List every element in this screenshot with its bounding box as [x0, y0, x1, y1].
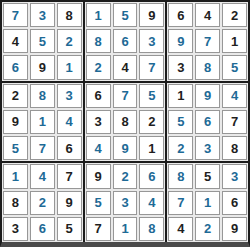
cell-r8c9[interactable]: 6: [222, 191, 247, 215]
cell-r3c1[interactable]: 6: [3, 55, 28, 79]
cell-r4c7[interactable]: 1: [168, 84, 193, 108]
cell-r5c5[interactable]: 8: [113, 110, 138, 134]
cell-r1c8[interactable]: 4: [195, 3, 220, 27]
cell-r1c2[interactable]: 3: [30, 3, 55, 27]
cell-r2c2[interactable]: 5: [30, 29, 55, 53]
cell-r8c6[interactable]: 4: [139, 191, 164, 215]
sudoku-board: 7384526911598632476429713852839145766753…: [0, 0, 250, 247]
cell-r2c7[interactable]: 9: [168, 29, 193, 53]
cell-r9c6[interactable]: 8: [139, 217, 164, 241]
cell-r3c2[interactable]: 9: [30, 55, 55, 79]
cell-r2c6[interactable]: 3: [139, 29, 164, 53]
cell-r1c9[interactable]: 2: [222, 3, 247, 27]
cell-r2c8[interactable]: 7: [195, 29, 220, 53]
cell-r4c4[interactable]: 6: [86, 84, 111, 108]
cell-r2c4[interactable]: 8: [86, 29, 111, 53]
cell-r5c3[interactable]: 4: [57, 110, 82, 134]
cell-r8c8[interactable]: 1: [195, 191, 220, 215]
cell-r5c9[interactable]: 7: [222, 110, 247, 134]
box-0-0: 738452691: [2, 2, 83, 81]
cell-r1c7[interactable]: 6: [168, 3, 193, 27]
cell-r8c4[interactable]: 5: [86, 191, 111, 215]
cell-r4c2[interactable]: 8: [30, 84, 55, 108]
cell-r5c7[interactable]: 5: [168, 110, 193, 134]
cell-r1c1[interactable]: 7: [3, 3, 28, 27]
cell-r7c8[interactable]: 5: [195, 164, 220, 188]
cell-r6c7[interactable]: 2: [168, 136, 193, 160]
cell-r6c1[interactable]: 5: [3, 136, 28, 160]
box-2-1: 926534718: [85, 163, 166, 242]
cell-r2c9[interactable]: 1: [222, 29, 247, 53]
cell-r5c1[interactable]: 9: [3, 110, 28, 134]
cell-r7c6[interactable]: 6: [139, 164, 164, 188]
cell-r8c3[interactable]: 9: [57, 191, 82, 215]
cell-r3c5[interactable]: 4: [113, 55, 138, 79]
cell-r8c7[interactable]: 7: [168, 191, 193, 215]
cell-r8c1[interactable]: 8: [3, 191, 28, 215]
cell-r7c4[interactable]: 9: [86, 164, 111, 188]
box-2-0: 147829365: [2, 163, 83, 242]
cell-r5c2[interactable]: 1: [30, 110, 55, 134]
cell-r3c4[interactable]: 2: [86, 55, 111, 79]
cell-r3c6[interactable]: 7: [139, 55, 164, 79]
cell-r3c7[interactable]: 3: [168, 55, 193, 79]
cell-r7c5[interactable]: 2: [113, 164, 138, 188]
cell-r6c4[interactable]: 4: [86, 136, 111, 160]
cell-r6c5[interactable]: 9: [113, 136, 138, 160]
cell-r2c1[interactable]: 4: [3, 29, 28, 53]
cell-r1c3[interactable]: 8: [57, 3, 82, 27]
cell-r9c1[interactable]: 3: [3, 217, 28, 241]
cell-r4c9[interactable]: 4: [222, 84, 247, 108]
cell-r4c3[interactable]: 3: [57, 84, 82, 108]
cell-r6c6[interactable]: 1: [139, 136, 164, 160]
cell-r1c6[interactable]: 9: [139, 3, 164, 27]
cell-r9c4[interactable]: 7: [86, 217, 111, 241]
cell-r4c5[interactable]: 7: [113, 84, 138, 108]
cell-r5c8[interactable]: 6: [195, 110, 220, 134]
cell-r1c4[interactable]: 1: [86, 3, 111, 27]
cell-r3c8[interactable]: 8: [195, 55, 220, 79]
cell-r7c7[interactable]: 8: [168, 164, 193, 188]
cell-r9c3[interactable]: 5: [57, 217, 82, 241]
cell-r9c8[interactable]: 2: [195, 217, 220, 241]
cell-r4c1[interactable]: 2: [3, 84, 28, 108]
box-1-0: 283914576: [2, 83, 83, 162]
cell-r9c9[interactable]: 9: [222, 217, 247, 241]
cell-r9c5[interactable]: 1: [113, 217, 138, 241]
cell-r3c3[interactable]: 1: [57, 55, 82, 79]
cell-r5c6[interactable]: 2: [139, 110, 164, 134]
cell-r1c5[interactable]: 5: [113, 3, 138, 27]
box-2-2: 853716429: [167, 163, 248, 242]
cell-r4c6[interactable]: 5: [139, 84, 164, 108]
box-1-2: 194567238: [167, 83, 248, 162]
cell-r9c2[interactable]: 6: [30, 217, 55, 241]
cell-r7c3[interactable]: 7: [57, 164, 82, 188]
cell-r2c3[interactable]: 2: [57, 29, 82, 53]
box-0-2: 642971385: [167, 2, 248, 81]
cell-r8c5[interactable]: 3: [113, 191, 138, 215]
box-1-1: 675382491: [85, 83, 166, 162]
cell-r3c9[interactable]: 5: [222, 55, 247, 79]
cell-r7c2[interactable]: 4: [30, 164, 55, 188]
cell-r6c2[interactable]: 7: [30, 136, 55, 160]
cell-r6c3[interactable]: 6: [57, 136, 82, 160]
cell-r7c1[interactable]: 1: [3, 164, 28, 188]
cell-r6c9[interactable]: 8: [222, 136, 247, 160]
cell-r4c8[interactable]: 9: [195, 84, 220, 108]
box-0-1: 159863247: [85, 2, 166, 81]
cell-r9c7[interactable]: 4: [168, 217, 193, 241]
cell-r7c9[interactable]: 3: [222, 164, 247, 188]
cell-r2c5[interactable]: 6: [113, 29, 138, 53]
cell-r8c2[interactable]: 2: [30, 191, 55, 215]
cell-r5c4[interactable]: 3: [86, 110, 111, 134]
cell-r6c8[interactable]: 3: [195, 136, 220, 160]
